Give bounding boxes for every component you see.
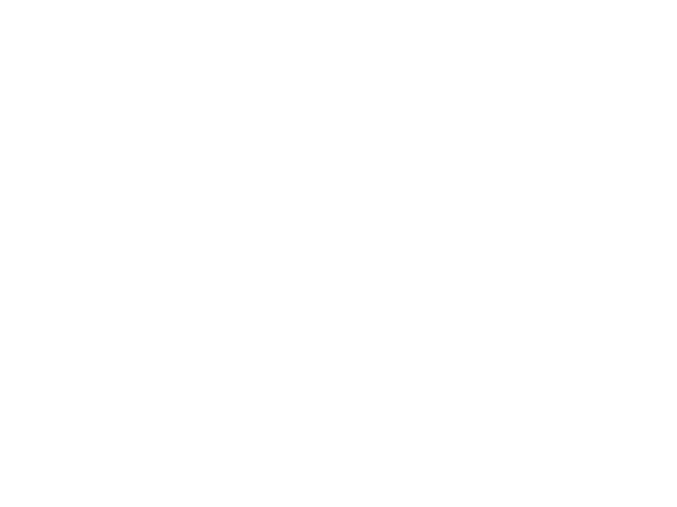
screenshot-stage bbox=[0, 0, 677, 507]
goki-logo bbox=[438, 341, 490, 342]
